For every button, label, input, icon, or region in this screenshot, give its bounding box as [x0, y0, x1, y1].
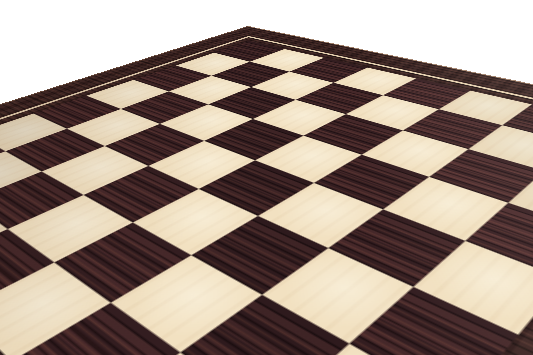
chess-board	[0, 26, 533, 355]
photo-canvas	[0, 0, 533, 355]
